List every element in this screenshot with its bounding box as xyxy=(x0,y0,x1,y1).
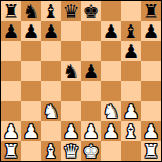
piece-white-knight-icon[interactable]: ♞ xyxy=(42,101,59,121)
square-g6[interactable]: ♟ xyxy=(121,41,141,61)
square-c6[interactable] xyxy=(41,41,61,61)
piece-white-knight-icon[interactable]: ♞ xyxy=(102,101,119,121)
square-c2[interactable] xyxy=(41,121,61,141)
piece-black-bishop-icon[interactable]: ♝ xyxy=(122,21,139,41)
square-g4[interactable] xyxy=(121,81,141,101)
piece-black-pawn-icon[interactable]: ♟ xyxy=(42,21,59,41)
square-d6[interactable] xyxy=(61,41,81,61)
square-g8[interactable] xyxy=(121,1,141,21)
square-a3[interactable] xyxy=(1,101,21,121)
square-g5[interactable] xyxy=(121,61,141,81)
square-d2[interactable]: ♟ xyxy=(61,121,81,141)
piece-black-pawn-icon[interactable]: ♟ xyxy=(2,21,19,41)
piece-white-queen-icon[interactable]: ♛ xyxy=(62,141,79,161)
square-e5[interactable]: ♟ xyxy=(81,61,101,81)
piece-white-bishop-icon[interactable]: ♝ xyxy=(42,141,59,161)
piece-white-pawn-icon[interactable]: ♟ xyxy=(82,121,99,141)
square-a2[interactable]: ♟ xyxy=(1,121,21,141)
piece-white-pawn-icon[interactable]: ♟ xyxy=(2,121,19,141)
chess-board: ♜♞♝♛♚♜♟♟♟♟♝♟♟♞♟♞♞♟♟♟♟♟♟♝♟♜♝♛♚♜ xyxy=(0,0,162,162)
square-c7[interactable]: ♟ xyxy=(41,21,61,41)
piece-white-pawn-icon[interactable]: ♟ xyxy=(142,121,159,141)
square-b6[interactable] xyxy=(21,41,41,61)
square-h5[interactable] xyxy=(141,61,161,81)
piece-black-knight-icon[interactable]: ♞ xyxy=(22,1,39,21)
piece-black-rook-icon[interactable]: ♜ xyxy=(142,1,159,21)
square-f7[interactable]: ♟ xyxy=(101,21,121,41)
square-b1[interactable] xyxy=(21,141,41,161)
square-a8[interactable]: ♜ xyxy=(1,1,21,21)
piece-white-rook-icon[interactable]: ♜ xyxy=(2,141,19,161)
square-c3[interactable]: ♞ xyxy=(41,101,61,121)
square-b3[interactable] xyxy=(21,101,41,121)
square-f5[interactable] xyxy=(101,61,121,81)
piece-black-pawn-icon[interactable]: ♟ xyxy=(102,21,119,41)
piece-black-queen-icon[interactable]: ♛ xyxy=(62,1,79,21)
square-d3[interactable] xyxy=(61,101,81,121)
square-e3[interactable] xyxy=(81,101,101,121)
square-b5[interactable] xyxy=(21,61,41,81)
square-h2[interactable]: ♟ xyxy=(141,121,161,141)
square-f2[interactable]: ♟ xyxy=(101,121,121,141)
square-c5[interactable] xyxy=(41,61,61,81)
piece-white-pawn-icon[interactable]: ♟ xyxy=(22,121,39,141)
piece-white-pawn-icon[interactable]: ♟ xyxy=(62,121,79,141)
square-b4[interactable] xyxy=(21,81,41,101)
piece-white-bishop-icon[interactable]: ♝ xyxy=(122,121,139,141)
square-d4[interactable] xyxy=(61,81,81,101)
square-g2[interactable]: ♝ xyxy=(121,121,141,141)
square-a4[interactable] xyxy=(1,81,21,101)
square-g7[interactable]: ♝ xyxy=(121,21,141,41)
square-c8[interactable]: ♝ xyxy=(41,1,61,21)
square-f6[interactable] xyxy=(101,41,121,61)
square-e7[interactable] xyxy=(81,21,101,41)
square-h4[interactable] xyxy=(141,81,161,101)
square-g3[interactable]: ♟ xyxy=(121,101,141,121)
square-e6[interactable] xyxy=(81,41,101,61)
square-b8[interactable]: ♞ xyxy=(21,1,41,21)
square-a7[interactable]: ♟ xyxy=(1,21,21,41)
square-c4[interactable] xyxy=(41,81,61,101)
square-h7[interactable]: ♟ xyxy=(141,21,161,41)
piece-black-pawn-icon[interactable]: ♟ xyxy=(82,61,99,81)
piece-white-rook-icon[interactable]: ♜ xyxy=(142,141,159,161)
piece-black-rook-icon[interactable]: ♜ xyxy=(2,1,19,21)
piece-black-pawn-icon[interactable]: ♟ xyxy=(142,21,159,41)
piece-white-pawn-icon[interactable]: ♟ xyxy=(102,121,119,141)
piece-white-pawn-icon[interactable]: ♟ xyxy=(122,101,139,121)
square-a6[interactable] xyxy=(1,41,21,61)
square-h8[interactable]: ♜ xyxy=(141,1,161,21)
piece-white-king-icon[interactable]: ♚ xyxy=(82,141,99,161)
square-e1[interactable]: ♚ xyxy=(81,141,101,161)
square-g1[interactable] xyxy=(121,141,141,161)
square-f4[interactable] xyxy=(101,81,121,101)
square-h6[interactable] xyxy=(141,41,161,61)
square-f8[interactable] xyxy=(101,1,121,21)
square-e8[interactable]: ♚ xyxy=(81,1,101,21)
square-c1[interactable]: ♝ xyxy=(41,141,61,161)
square-d1[interactable]: ♛ xyxy=(61,141,81,161)
square-b2[interactable]: ♟ xyxy=(21,121,41,141)
piece-black-bishop-icon[interactable]: ♝ xyxy=(42,1,59,21)
square-h3[interactable] xyxy=(141,101,161,121)
square-f3[interactable]: ♞ xyxy=(101,101,121,121)
piece-black-king-icon[interactable]: ♚ xyxy=(82,1,99,21)
piece-black-pawn-icon[interactable]: ♟ xyxy=(22,21,39,41)
piece-black-pawn-icon[interactable]: ♟ xyxy=(122,41,139,61)
square-e2[interactable]: ♟ xyxy=(81,121,101,141)
square-h1[interactable]: ♜ xyxy=(141,141,161,161)
square-f1[interactable] xyxy=(101,141,121,161)
square-a5[interactable] xyxy=(1,61,21,81)
square-b7[interactable]: ♟ xyxy=(21,21,41,41)
square-d7[interactable] xyxy=(61,21,81,41)
square-a1[interactable]: ♜ xyxy=(1,141,21,161)
square-d5[interactable]: ♞ xyxy=(61,61,81,81)
square-d8[interactable]: ♛ xyxy=(61,1,81,21)
piece-black-knight-icon[interactable]: ♞ xyxy=(62,61,79,81)
square-e4[interactable] xyxy=(81,81,101,101)
